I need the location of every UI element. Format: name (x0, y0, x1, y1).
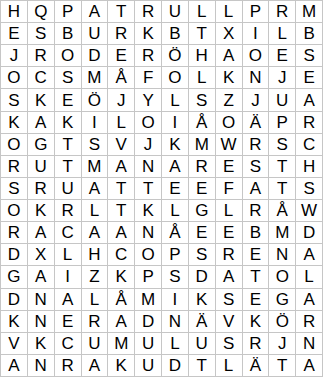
grid-cell[interactable]: E (296, 67, 323, 89)
grid-cell[interactable]: U (162, 1, 189, 23)
grid-cell[interactable]: E (55, 89, 82, 111)
grid-cell[interactable]: A (216, 45, 243, 67)
grid-cell[interactable]: U (55, 178, 82, 200)
grid-cell[interactable]: A (28, 266, 55, 288)
grid-cell[interactable]: K (243, 311, 270, 333)
grid-cell[interactable]: K (189, 289, 216, 311)
grid-cell[interactable]: A (82, 1, 109, 23)
grid-cell[interactable]: V (216, 311, 243, 333)
grid-cell[interactable]: U (82, 23, 109, 45)
grid-cell[interactable]: D (82, 45, 109, 67)
grid-cell[interactable]: T (108, 1, 135, 23)
grid-cell[interactable]: E (1, 23, 28, 45)
grid-cell[interactable]: P (243, 1, 270, 23)
grid-cell[interactable]: K (216, 67, 243, 89)
grid-cell[interactable]: N (28, 355, 55, 377)
grid-cell[interactable]: S (28, 23, 55, 45)
grid-cell[interactable]: Ä (189, 311, 216, 333)
grid-cell[interactable]: R (296, 311, 323, 333)
grid-cell[interactable]: A (82, 178, 109, 200)
grid-cell[interactable]: A (296, 244, 323, 266)
grid-cell[interactable]: E (108, 45, 135, 67)
grid-cell[interactable]: O (135, 112, 162, 134)
grid-cell[interactable]: B (296, 23, 323, 45)
grid-cell[interactable]: T (108, 178, 135, 200)
grid-cell[interactable]: I (162, 289, 189, 311)
grid-cell[interactable]: T (55, 134, 82, 156)
grid-cell[interactable]: K (108, 355, 135, 377)
grid-cell[interactable]: N (28, 289, 55, 311)
grid-cell[interactable]: J (269, 333, 296, 355)
grid-cell[interactable]: V (1, 333, 28, 355)
grid-cell[interactable]: N (135, 156, 162, 178)
grid-cell[interactable]: U (135, 355, 162, 377)
grid-cell[interactable]: L (162, 333, 189, 355)
grid-cell[interactable]: Å (189, 112, 216, 134)
grid-cell[interactable]: K (108, 266, 135, 288)
grid-cell[interactable]: D (189, 266, 216, 288)
grid-cell[interactable]: B (162, 23, 189, 45)
grid-cell[interactable]: S (189, 244, 216, 266)
grid-cell[interactable]: L (189, 1, 216, 23)
grid-cell[interactable]: O (135, 244, 162, 266)
grid-cell[interactable]: C (55, 333, 82, 355)
grid-cell[interactable]: N (162, 311, 189, 333)
grid-cell[interactable]: K (1, 311, 28, 333)
grid-cell[interactable]: R (243, 200, 270, 222)
grid-cell[interactable]: K (135, 23, 162, 45)
grid-cell[interactable]: R (135, 45, 162, 67)
grid-cell[interactable]: M (82, 67, 109, 89)
grid-cell[interactable]: C (55, 222, 82, 244)
grid-cell[interactable]: Ö (269, 311, 296, 333)
grid-cell[interactable]: W (216, 134, 243, 156)
grid-cell[interactable]: A (28, 222, 55, 244)
grid-cell[interactable]: Y (135, 89, 162, 111)
grid-cell[interactable]: K (55, 112, 82, 134)
grid-cell[interactable]: L (216, 1, 243, 23)
grid-cell[interactable]: N (269, 244, 296, 266)
grid-cell[interactable]: A (82, 355, 109, 377)
grid-cell[interactable]: P (135, 266, 162, 288)
grid-cell[interactable]: J (1, 45, 28, 67)
grid-cell[interactable]: S (296, 45, 323, 67)
grid-cell[interactable]: S (243, 156, 270, 178)
grid-cell[interactable]: P (162, 244, 189, 266)
grid-cell[interactable]: S (1, 178, 28, 200)
grid-cell[interactable]: L (189, 67, 216, 89)
grid-cell[interactable]: E (216, 222, 243, 244)
grid-cell[interactable]: D (1, 289, 28, 311)
grid-cell[interactable]: J (135, 134, 162, 156)
grid-cell[interactable]: O (55, 45, 82, 67)
grid-cell[interactable]: B (243, 222, 270, 244)
word-search-grid: HQPATRULLPRMESBURKBTXILBJRODERÖHAOESOCSM… (0, 0, 323, 377)
grid-cell[interactable]: O (1, 134, 28, 156)
grid-cell[interactable]: R (243, 134, 270, 156)
grid-cell[interactable]: M (296, 1, 323, 23)
grid-cell[interactable]: R (28, 178, 55, 200)
grid-cell[interactable]: T (189, 23, 216, 45)
grid-cell[interactable]: R (216, 244, 243, 266)
grid-cell[interactable]: J (243, 89, 270, 111)
grid-cell[interactable]: T (55, 156, 82, 178)
grid-cell[interactable]: K (28, 333, 55, 355)
grid-cell[interactable]: Ä (243, 112, 270, 134)
grid-cell[interactable]: N (243, 67, 270, 89)
grid-cell[interactable]: N (296, 333, 323, 355)
grid-cell[interactable]: H (189, 45, 216, 67)
grid-cell[interactable]: T (135, 178, 162, 200)
grid-cell[interactable]: E (243, 289, 270, 311)
grid-cell[interactable]: S (296, 178, 323, 200)
grid-cell[interactable]: R (55, 355, 82, 377)
grid-cell[interactable]: H (1, 1, 28, 23)
grid-cell[interactable]: K (28, 200, 55, 222)
grid-cell[interactable]: P (55, 1, 82, 23)
grid-cell[interactable]: R (108, 23, 135, 45)
grid-cell[interactable]: A (296, 355, 323, 377)
grid-cell[interactable]: U (269, 89, 296, 111)
grid-cell[interactable]: U (135, 333, 162, 355)
grid-cell[interactable]: Å (108, 67, 135, 89)
grid-cell[interactable]: I (243, 23, 270, 45)
grid-cell[interactable]: A (1, 355, 28, 377)
grid-cell[interactable]: S (162, 266, 189, 288)
grid-cell[interactable]: T (269, 156, 296, 178)
grid-cell[interactable]: I (162, 112, 189, 134)
grid-cell[interactable]: O (243, 45, 270, 67)
grid-cell[interactable]: T (269, 178, 296, 200)
grid-cell[interactable]: H (296, 156, 323, 178)
grid-cell[interactable]: U (82, 333, 109, 355)
grid-cell[interactable]: L (296, 266, 323, 288)
grid-cell[interactable]: N (28, 311, 55, 333)
grid-cell[interactable]: X (28, 244, 55, 266)
grid-cell[interactable]: R (135, 1, 162, 23)
grid-cell[interactable]: K (162, 134, 189, 156)
grid-cell[interactable]: M (108, 333, 135, 355)
grid-cell[interactable]: R (28, 45, 55, 67)
grid-cell[interactable]: D (1, 244, 28, 266)
grid-cell[interactable]: R (243, 333, 270, 355)
grid-cell[interactable]: T (108, 200, 135, 222)
grid-cell[interactable]: M (189, 134, 216, 156)
grid-cell[interactable]: A (108, 156, 135, 178)
grid-cell[interactable]: L (108, 112, 135, 134)
grid-cell[interactable]: L (162, 200, 189, 222)
grid-cell[interactable]: R (82, 311, 109, 333)
grid-cell[interactable]: S (55, 67, 82, 89)
grid-cell[interactable]: E (189, 178, 216, 200)
grid-cell[interactable]: O (1, 67, 28, 89)
grid-cell[interactable]: L (162, 89, 189, 111)
grid-cell[interactable]: S (82, 134, 109, 156)
grid-cell[interactable]: Z (82, 266, 109, 288)
grid-cell[interactable]: Ä (243, 355, 270, 377)
grid-cell[interactable]: Ö (162, 45, 189, 67)
grid-cell[interactable]: B (55, 23, 82, 45)
grid-cell[interactable]: R (296, 112, 323, 134)
grid-cell[interactable]: I (55, 266, 82, 288)
grid-cell[interactable]: M (269, 222, 296, 244)
grid-cell[interactable]: R (1, 156, 28, 178)
grid-cell[interactable]: W (296, 200, 323, 222)
grid-cell[interactable]: Å (108, 289, 135, 311)
grid-cell[interactable]: O (216, 112, 243, 134)
grid-cell[interactable]: F (216, 178, 243, 200)
grid-cell[interactable]: P (269, 112, 296, 134)
grid-cell[interactable]: V (108, 134, 135, 156)
grid-cell[interactable]: J (269, 67, 296, 89)
grid-cell[interactable]: D (162, 355, 189, 377)
grid-cell[interactable]: R (55, 200, 82, 222)
grid-cell[interactable]: S (216, 333, 243, 355)
grid-cell[interactable]: A (296, 289, 323, 311)
grid-cell[interactable]: C (108, 244, 135, 266)
grid-cell[interactable]: D (296, 222, 323, 244)
grid-cell[interactable]: L (269, 23, 296, 45)
grid-cell[interactable]: S (269, 134, 296, 156)
grid-cell[interactable]: E (243, 244, 270, 266)
grid-cell[interactable]: K (135, 200, 162, 222)
grid-cell[interactable]: J (108, 89, 135, 111)
grid-cell[interactable]: X (216, 23, 243, 45)
grid-cell[interactable]: A (296, 89, 323, 111)
grid-cell[interactable]: L (55, 244, 82, 266)
grid-cell[interactable]: A (216, 266, 243, 288)
grid-cell[interactable]: H (82, 244, 109, 266)
grid-cell[interactable]: L (216, 200, 243, 222)
grid-cell[interactable]: Å (162, 222, 189, 244)
grid-cell[interactable]: T (269, 355, 296, 377)
grid-cell[interactable]: G (189, 200, 216, 222)
grid-cell[interactable]: C (296, 134, 323, 156)
grid-cell[interactable]: A (55, 289, 82, 311)
grid-cell[interactable]: F (135, 67, 162, 89)
grid-cell[interactable]: A (162, 156, 189, 178)
grid-cell[interactable]: E (216, 156, 243, 178)
grid-cell[interactable]: Q (28, 1, 55, 23)
grid-cell[interactable]: A (108, 222, 135, 244)
grid-cell[interactable]: M (82, 156, 109, 178)
grid-cell[interactable]: R (1, 222, 28, 244)
grid-cell[interactable]: L (82, 289, 109, 311)
grid-cell[interactable]: G (269, 289, 296, 311)
grid-cell[interactable]: K (1, 112, 28, 134)
grid-cell[interactable]: S (189, 89, 216, 111)
grid-cell[interactable]: A (243, 178, 270, 200)
grid-cell[interactable]: U (189, 333, 216, 355)
grid-cell[interactable]: G (1, 266, 28, 288)
grid-cell[interactable]: L (82, 200, 109, 222)
grid-cell[interactable]: A (108, 311, 135, 333)
grid-cell[interactable]: L (216, 355, 243, 377)
grid-cell[interactable]: Z (216, 89, 243, 111)
grid-cell[interactable]: U (28, 156, 55, 178)
grid-cell[interactable]: R (189, 156, 216, 178)
grid-cell[interactable]: D (135, 311, 162, 333)
grid-cell[interactable]: G (28, 134, 55, 156)
grid-cell[interactable]: R (269, 1, 296, 23)
grid-cell[interactable]: T (189, 355, 216, 377)
grid-cell[interactable]: S (1, 89, 28, 111)
grid-cell[interactable]: O (162, 67, 189, 89)
grid-cell[interactable]: Ö (82, 89, 109, 111)
grid-cell[interactable]: E (162, 178, 189, 200)
grid-cell[interactable]: T (243, 266, 270, 288)
grid-cell[interactable]: K (28, 89, 55, 111)
grid-cell[interactable]: M (135, 289, 162, 311)
grid-cell[interactable]: E (269, 45, 296, 67)
grid-cell[interactable]: Å (269, 200, 296, 222)
grid-cell[interactable]: E (189, 222, 216, 244)
grid-cell[interactable]: A (28, 112, 55, 134)
grid-cell[interactable]: I (82, 112, 109, 134)
grid-cell[interactable]: C (28, 67, 55, 89)
grid-cell[interactable]: O (1, 200, 28, 222)
grid-cell[interactable]: E (55, 311, 82, 333)
grid-cell[interactable]: S (216, 289, 243, 311)
grid-cell[interactable]: N (135, 222, 162, 244)
grid-cell[interactable]: A (82, 222, 109, 244)
grid-cell[interactable]: O (269, 266, 296, 288)
